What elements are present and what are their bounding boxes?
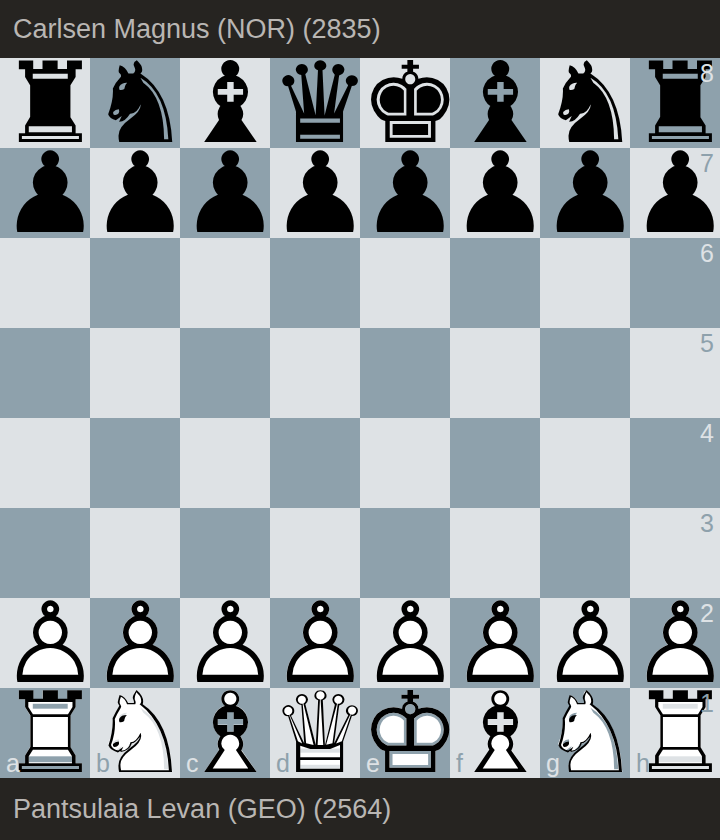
square-d7[interactable]: ♟	[270, 148, 360, 238]
square-g1[interactable]: ♞♘g	[540, 688, 630, 778]
player-bottom-label: Pantsulaia Levan (GEO) (2564)	[13, 794, 391, 825]
square-h4[interactable]: 4	[630, 418, 720, 508]
coord-rank-7: 7	[700, 151, 714, 176]
square-b4[interactable]	[90, 418, 180, 508]
piece-black-pawn[interactable]: ♟	[540, 148, 630, 238]
square-d6[interactable]	[270, 238, 360, 328]
coord-file-b: b	[96, 751, 110, 776]
black-piece-glyph: ♟	[450, 148, 540, 238]
square-c7[interactable]: ♟	[180, 148, 270, 238]
square-g6[interactable]	[540, 238, 630, 328]
square-e7[interactable]: ♟	[360, 148, 450, 238]
coord-rank-8: 8	[700, 61, 714, 86]
piece-black-pawn[interactable]: ♟	[0, 148, 90, 238]
square-a5[interactable]	[0, 328, 90, 418]
coord-file-a: a	[6, 751, 20, 776]
coord-file-h: h	[636, 751, 650, 776]
coord-file-g: g	[546, 751, 560, 776]
coord-rank-5: 5	[700, 331, 714, 356]
square-e4[interactable]	[360, 418, 450, 508]
square-f6[interactable]	[450, 238, 540, 328]
coord-rank-2: 2	[700, 601, 714, 626]
chess-board: ♜♞♝♛♚♝♞♜8♟♟♟♟♟♟♟♟76543♟♙♟♙♟♙♟♙♟♙♟♙♟♙♟♙2♜…	[0, 58, 720, 778]
square-h7[interactable]: ♟7	[630, 148, 720, 238]
black-piece-glyph: ♟	[0, 148, 90, 238]
coord-rank-6: 6	[700, 241, 714, 266]
square-g7[interactable]: ♟	[540, 148, 630, 238]
square-c6[interactable]	[180, 238, 270, 328]
piece-black-pawn[interactable]: ♟	[90, 148, 180, 238]
coord-rank-1: 1	[700, 691, 714, 716]
piece-black-pawn[interactable]: ♟	[180, 148, 270, 238]
square-b5[interactable]	[90, 328, 180, 418]
square-f5[interactable]	[450, 328, 540, 418]
square-b1[interactable]: ♞♘b	[90, 688, 180, 778]
coord-file-f: f	[456, 751, 463, 776]
square-e1[interactable]: ♚♔e	[360, 688, 450, 778]
piece-black-pawn[interactable]: ♟	[450, 148, 540, 238]
square-d5[interactable]	[270, 328, 360, 418]
white-piece-outline-layer: ♗	[450, 688, 540, 778]
square-h6[interactable]: 6	[630, 238, 720, 328]
coord-rank-3: 3	[700, 511, 714, 536]
black-piece-glyph: ♟	[270, 148, 360, 238]
black-piece-glyph: ♟	[540, 148, 630, 238]
square-c5[interactable]	[180, 328, 270, 418]
square-f1[interactable]: ♝♗f	[450, 688, 540, 778]
black-piece-glyph: ♟	[360, 148, 450, 238]
square-d4[interactable]	[270, 418, 360, 508]
square-h1[interactable]: ♜♖1h	[630, 688, 720, 778]
piece-white-bishop[interactable]: ♝♗	[450, 688, 540, 778]
piece-black-pawn[interactable]: ♟	[360, 148, 450, 238]
square-g5[interactable]	[540, 328, 630, 418]
piece-black-pawn[interactable]: ♟	[270, 148, 360, 238]
square-e6[interactable]	[360, 238, 450, 328]
black-piece-glyph: ♟	[180, 148, 270, 238]
square-f4[interactable]	[450, 418, 540, 508]
square-a4[interactable]	[0, 418, 90, 508]
coord-file-c: c	[186, 751, 199, 776]
coord-file-d: d	[276, 751, 290, 776]
square-b6[interactable]	[90, 238, 180, 328]
square-a7[interactable]: ♟	[0, 148, 90, 238]
coord-rank-4: 4	[700, 421, 714, 446]
square-f7[interactable]: ♟	[450, 148, 540, 238]
square-c4[interactable]	[180, 418, 270, 508]
square-b7[interactable]: ♟	[90, 148, 180, 238]
square-e5[interactable]	[360, 328, 450, 418]
square-d1[interactable]: ♛♕d	[270, 688, 360, 778]
square-a6[interactable]	[0, 238, 90, 328]
black-piece-glyph: ♟	[90, 148, 180, 238]
square-h5[interactable]: 5	[630, 328, 720, 418]
square-g4[interactable]	[540, 418, 630, 508]
square-c1[interactable]: ♝♗c	[180, 688, 270, 778]
square-a1[interactable]: ♜♖a	[0, 688, 90, 778]
coord-file-e: e	[366, 751, 380, 776]
